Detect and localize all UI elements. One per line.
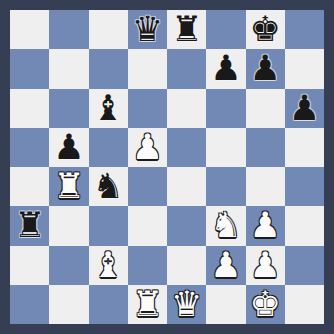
square-f1[interactable] xyxy=(206,285,245,324)
square-d8[interactable]: ♛ xyxy=(128,10,167,49)
square-c7[interactable] xyxy=(89,49,128,88)
square-h5[interactable] xyxy=(285,128,324,167)
square-a1[interactable] xyxy=(10,285,49,324)
square-b4[interactable]: ♜ xyxy=(49,167,88,206)
square-b5[interactable]: ♟ xyxy=(49,128,88,167)
piece-black-rook[interactable]: ♜ xyxy=(14,206,45,245)
piece-black-pawn[interactable]: ♟ xyxy=(249,49,280,88)
square-c2[interactable]: ♝ xyxy=(89,246,128,285)
square-a3[interactable]: ♜ xyxy=(10,206,49,245)
square-f3[interactable]: ♞ xyxy=(206,206,245,245)
square-f4[interactable] xyxy=(206,167,245,206)
chess-board-frame: ♛♜♚♟♟♝♟♟♟♜♞♜♞♟♝♟♟♜♛♚ xyxy=(0,0,334,334)
square-h8[interactable] xyxy=(285,10,324,49)
square-a7[interactable] xyxy=(10,49,49,88)
square-e5[interactable] xyxy=(167,128,206,167)
piece-white-bishop[interactable]: ♝ xyxy=(92,246,123,285)
piece-white-pawn[interactable]: ♟ xyxy=(210,246,241,285)
piece-white-pawn[interactable]: ♟ xyxy=(132,128,163,167)
square-e1[interactable]: ♛ xyxy=(167,285,206,324)
square-h4[interactable] xyxy=(285,167,324,206)
square-g7[interactable]: ♟ xyxy=(246,49,285,88)
piece-black-knight[interactable]: ♞ xyxy=(92,167,123,206)
square-c8[interactable] xyxy=(89,10,128,49)
square-h6[interactable]: ♟ xyxy=(285,89,324,128)
square-f7[interactable]: ♟ xyxy=(206,49,245,88)
square-d5[interactable]: ♟ xyxy=(128,128,167,167)
piece-white-rook[interactable]: ♜ xyxy=(53,167,84,206)
square-g4[interactable] xyxy=(246,167,285,206)
square-h3[interactable] xyxy=(285,206,324,245)
square-g8[interactable]: ♚ xyxy=(246,10,285,49)
square-h1[interactable] xyxy=(285,285,324,324)
square-c3[interactable] xyxy=(89,206,128,245)
square-e3[interactable] xyxy=(167,206,206,245)
square-f5[interactable] xyxy=(206,128,245,167)
square-c5[interactable] xyxy=(89,128,128,167)
square-g1[interactable]: ♚ xyxy=(246,285,285,324)
square-b6[interactable] xyxy=(49,89,88,128)
square-g2[interactable]: ♟ xyxy=(246,246,285,285)
square-a8[interactable] xyxy=(10,10,49,49)
square-e4[interactable] xyxy=(167,167,206,206)
square-f8[interactable] xyxy=(206,10,245,49)
chess-board: ♛♜♚♟♟♝♟♟♟♜♞♜♞♟♝♟♟♜♛♚ xyxy=(10,10,324,324)
square-d3[interactable] xyxy=(128,206,167,245)
square-e6[interactable] xyxy=(167,89,206,128)
square-e7[interactable] xyxy=(167,49,206,88)
piece-black-pawn[interactable]: ♟ xyxy=(210,49,241,88)
piece-white-pawn[interactable]: ♟ xyxy=(249,206,280,245)
piece-black-king[interactable]: ♚ xyxy=(249,10,280,49)
square-g5[interactable] xyxy=(246,128,285,167)
square-c1[interactable] xyxy=(89,285,128,324)
piece-black-pawn[interactable]: ♟ xyxy=(289,89,320,128)
square-c4[interactable]: ♞ xyxy=(89,167,128,206)
piece-white-pawn[interactable]: ♟ xyxy=(249,246,280,285)
square-g3[interactable]: ♟ xyxy=(246,206,285,245)
piece-white-knight[interactable]: ♞ xyxy=(210,206,241,245)
piece-black-rook[interactable]: ♜ xyxy=(171,10,202,49)
square-b3[interactable] xyxy=(49,206,88,245)
piece-white-rook[interactable]: ♜ xyxy=(132,285,163,324)
square-d4[interactable] xyxy=(128,167,167,206)
square-a4[interactable] xyxy=(10,167,49,206)
square-d7[interactable] xyxy=(128,49,167,88)
square-g6[interactable] xyxy=(246,89,285,128)
square-e8[interactable]: ♜ xyxy=(167,10,206,49)
piece-black-pawn[interactable]: ♟ xyxy=(53,128,84,167)
square-b2[interactable] xyxy=(49,246,88,285)
square-f2[interactable]: ♟ xyxy=(206,246,245,285)
square-f6[interactable] xyxy=(206,89,245,128)
square-d2[interactable] xyxy=(128,246,167,285)
piece-white-king[interactable]: ♚ xyxy=(249,285,280,324)
square-d1[interactable]: ♜ xyxy=(128,285,167,324)
square-h2[interactable] xyxy=(285,246,324,285)
square-c6[interactable]: ♝ xyxy=(89,89,128,128)
square-b7[interactable] xyxy=(49,49,88,88)
piece-black-queen[interactable]: ♛ xyxy=(132,10,163,49)
square-a6[interactable] xyxy=(10,89,49,128)
square-d6[interactable] xyxy=(128,89,167,128)
square-h7[interactable] xyxy=(285,49,324,88)
square-a2[interactable] xyxy=(10,246,49,285)
square-a5[interactable] xyxy=(10,128,49,167)
square-b1[interactable] xyxy=(49,285,88,324)
square-b8[interactable] xyxy=(49,10,88,49)
square-e2[interactable] xyxy=(167,246,206,285)
piece-black-bishop[interactable]: ♝ xyxy=(92,89,123,128)
piece-white-queen[interactable]: ♛ xyxy=(171,285,202,324)
